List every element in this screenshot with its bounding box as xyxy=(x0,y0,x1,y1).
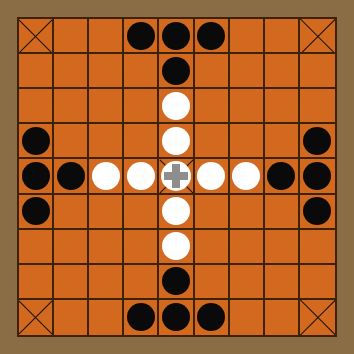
attacker-piece[interactable] xyxy=(303,162,331,190)
defender-piece[interactable] xyxy=(162,92,190,120)
board-cell[interactable] xyxy=(54,230,89,265)
board-cell[interactable] xyxy=(89,54,124,89)
board-cell[interactable] xyxy=(19,124,54,159)
board-cell[interactable] xyxy=(230,124,265,159)
board-cell[interactable] xyxy=(54,19,89,54)
board-cell[interactable] xyxy=(19,265,54,300)
board-cell[interactable] xyxy=(195,19,230,54)
board-cell[interactable] xyxy=(159,19,194,54)
mark-diagonal-line xyxy=(19,301,53,335)
board-cell[interactable] xyxy=(300,89,335,124)
board-cell[interactable] xyxy=(300,159,335,194)
board-cell[interactable] xyxy=(54,300,89,335)
board-cell[interactable] xyxy=(195,159,230,194)
board-cell[interactable] xyxy=(89,19,124,54)
board-cell[interactable] xyxy=(300,54,335,89)
board-cell[interactable] xyxy=(54,195,89,230)
attacker-piece[interactable] xyxy=(22,127,50,155)
board-cell[interactable] xyxy=(124,195,159,230)
board-cell[interactable] xyxy=(124,54,159,89)
board-cell[interactable] xyxy=(230,265,265,300)
attacker-piece[interactable] xyxy=(303,127,331,155)
board-cell[interactable] xyxy=(89,159,124,194)
defender-piece[interactable] xyxy=(162,197,190,225)
attacker-piece[interactable] xyxy=(162,267,190,295)
board-cell[interactable] xyxy=(230,159,265,194)
mark-diagonal-line xyxy=(300,300,335,335)
board-cell[interactable] xyxy=(159,159,194,194)
board-cell[interactable] xyxy=(89,265,124,300)
tablut-board xyxy=(17,17,337,337)
board-cell[interactable] xyxy=(89,89,124,124)
board-cell[interactable] xyxy=(124,124,159,159)
defender-piece[interactable] xyxy=(232,162,260,190)
board-cell[interactable] xyxy=(195,54,230,89)
mark-diagonal-line xyxy=(19,19,53,53)
board-cell[interactable] xyxy=(300,230,335,265)
mark-diagonal-line xyxy=(19,19,53,53)
board-cell[interactable] xyxy=(265,159,300,194)
corner-mark xyxy=(19,19,52,52)
board-cell[interactable] xyxy=(19,230,54,265)
board-cell[interactable] xyxy=(159,230,194,265)
defender-piece[interactable] xyxy=(92,162,120,190)
board-cell[interactable] xyxy=(54,89,89,124)
board-cell[interactable] xyxy=(265,265,300,300)
attacker-piece[interactable] xyxy=(22,162,50,190)
board-cell[interactable] xyxy=(89,195,124,230)
board-cell[interactable] xyxy=(300,195,335,230)
board-cell[interactable] xyxy=(124,300,159,335)
board-cell[interactable] xyxy=(54,159,89,194)
board-cell[interactable] xyxy=(265,19,300,54)
board-cell[interactable] xyxy=(89,300,124,335)
board-cell[interactable] xyxy=(19,54,54,89)
board-cell[interactable] xyxy=(195,300,230,335)
board-cell[interactable] xyxy=(124,19,159,54)
board-cell[interactable] xyxy=(124,159,159,194)
attacker-piece[interactable] xyxy=(303,197,331,225)
attacker-piece[interactable] xyxy=(162,22,190,50)
defender-piece[interactable] xyxy=(197,162,225,190)
board-cell[interactable] xyxy=(159,300,194,335)
corner-mark xyxy=(300,300,335,335)
board-cell[interactable] xyxy=(89,230,124,265)
board-cell[interactable] xyxy=(265,230,300,265)
board-cell[interactable] xyxy=(230,300,265,335)
corner-mark xyxy=(300,19,335,52)
board-cell[interactable] xyxy=(265,300,300,335)
mark-diagonal-line xyxy=(300,19,335,54)
board-cell[interactable] xyxy=(159,195,194,230)
board-cell[interactable] xyxy=(230,19,265,54)
attacker-piece[interactable] xyxy=(127,22,155,50)
attacker-piece[interactable] xyxy=(57,162,85,190)
board-cell[interactable] xyxy=(195,230,230,265)
board-cell[interactable] xyxy=(195,195,230,230)
attacker-piece[interactable] xyxy=(22,197,50,225)
attacker-piece[interactable] xyxy=(162,57,190,85)
defender-piece[interactable] xyxy=(162,127,190,155)
board-cell[interactable] xyxy=(300,265,335,300)
board-cell[interactable] xyxy=(124,265,159,300)
game-stage xyxy=(0,0,354,354)
king-cross-icon xyxy=(172,164,180,188)
defender-piece[interactable] xyxy=(162,232,190,260)
mark-diagonal-line xyxy=(19,301,53,335)
mark-diagonal-line xyxy=(300,19,335,54)
attacker-piece[interactable] xyxy=(162,303,190,331)
board-cell[interactable] xyxy=(19,19,54,54)
board-cell[interactable] xyxy=(300,300,335,335)
board-cell[interactable] xyxy=(19,89,54,124)
board-cell[interactable] xyxy=(19,159,54,194)
board-cell[interactable] xyxy=(54,54,89,89)
board-cell[interactable] xyxy=(300,124,335,159)
defender-piece[interactable] xyxy=(127,162,155,190)
board-cell[interactable] xyxy=(265,54,300,89)
attacker-piece[interactable] xyxy=(127,303,155,331)
board-cell[interactable] xyxy=(19,195,54,230)
board-cell[interactable] xyxy=(159,265,194,300)
board-cell[interactable] xyxy=(54,265,89,300)
board-cell[interactable] xyxy=(54,124,89,159)
board-cell[interactable] xyxy=(159,54,194,89)
board-cell[interactable] xyxy=(159,124,194,159)
corner-mark xyxy=(19,300,52,335)
board-cell[interactable] xyxy=(195,89,230,124)
board-cell[interactable] xyxy=(230,89,265,124)
board-cell[interactable] xyxy=(124,89,159,124)
board-cell[interactable] xyxy=(89,124,124,159)
board-cell[interactable] xyxy=(195,124,230,159)
king-piece[interactable] xyxy=(161,161,191,191)
board-cell[interactable] xyxy=(230,54,265,89)
mark-diagonal-line xyxy=(300,300,335,335)
board-cell[interactable] xyxy=(19,300,54,335)
board-cell[interactable] xyxy=(265,195,300,230)
attacker-piece[interactable] xyxy=(267,162,295,190)
board-cell[interactable] xyxy=(195,265,230,300)
attacker-piece[interactable] xyxy=(197,303,225,331)
board-cell[interactable] xyxy=(230,195,265,230)
board-cell[interactable] xyxy=(159,89,194,124)
board-cell[interactable] xyxy=(265,89,300,124)
board-cell[interactable] xyxy=(265,124,300,159)
board-cell[interactable] xyxy=(300,19,335,54)
board-cell[interactable] xyxy=(230,230,265,265)
board-cell[interactable] xyxy=(124,230,159,265)
attacker-piece[interactable] xyxy=(197,22,225,50)
